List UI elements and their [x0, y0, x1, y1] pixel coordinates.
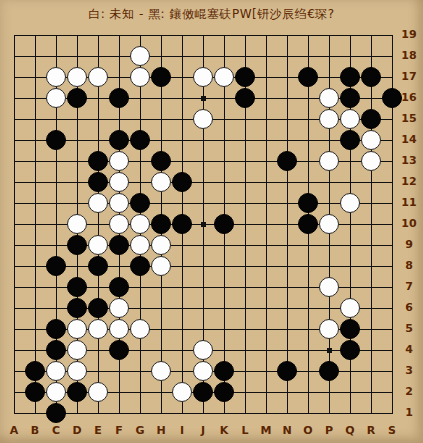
- stone-white[interactable]: [319, 109, 339, 129]
- stone-white[interactable]: [88, 319, 108, 339]
- stone-white[interactable]: [88, 193, 108, 213]
- stone-white[interactable]: [172, 382, 192, 402]
- column-label: K: [214, 424, 235, 438]
- star-point: [327, 348, 332, 353]
- stone-black[interactable]: [235, 88, 255, 108]
- stone-black[interactable]: [109, 277, 129, 297]
- row-label: 12: [397, 175, 421, 189]
- stone-white[interactable]: [67, 361, 87, 381]
- row-label: 7: [397, 280, 421, 294]
- stone-white[interactable]: [151, 172, 171, 192]
- stone-white[interactable]: [46, 88, 66, 108]
- stone-white[interactable]: [46, 382, 66, 402]
- stone-black[interactable]: [25, 361, 45, 381]
- stone-black[interactable]: [151, 67, 171, 87]
- column-label: S: [382, 424, 403, 438]
- stone-black[interactable]: [151, 214, 171, 234]
- stone-black[interactable]: [214, 382, 234, 402]
- stone-white[interactable]: [214, 67, 234, 87]
- column-label: G: [130, 424, 151, 438]
- stone-black[interactable]: [130, 193, 150, 213]
- row-label: 11: [397, 196, 421, 210]
- stone-black[interactable]: [298, 193, 318, 213]
- stone-black[interactable]: [298, 214, 318, 234]
- stone-black[interactable]: [46, 256, 66, 276]
- stone-black[interactable]: [130, 130, 150, 150]
- stone-black[interactable]: [277, 151, 297, 171]
- stone-white[interactable]: [67, 340, 87, 360]
- go-board[interactable]: ABCDEFGHIJKLMNOPQRS191817161514131211109…: [0, 0, 423, 443]
- stone-black[interactable]: [67, 298, 87, 318]
- stone-black[interactable]: [172, 172, 192, 192]
- column-label: N: [277, 424, 298, 438]
- column-label: O: [298, 424, 319, 438]
- stone-black[interactable]: [172, 214, 192, 234]
- star-point: [201, 96, 206, 101]
- stone-black[interactable]: [109, 235, 129, 255]
- stone-white[interactable]: [361, 130, 381, 150]
- stone-black[interactable]: [340, 88, 360, 108]
- column-label: A: [4, 424, 25, 438]
- stone-black[interactable]: [88, 151, 108, 171]
- stone-black[interactable]: [340, 67, 360, 87]
- column-label: R: [361, 424, 382, 438]
- column-label: Q: [340, 424, 361, 438]
- column-label: C: [46, 424, 67, 438]
- stone-white[interactable]: [130, 214, 150, 234]
- stone-white[interactable]: [319, 319, 339, 339]
- row-label: 15: [397, 112, 421, 126]
- stone-white[interactable]: [67, 214, 87, 234]
- stone-black[interactable]: [340, 130, 360, 150]
- row-label: 3: [397, 364, 421, 378]
- stone-white[interactable]: [361, 151, 381, 171]
- stone-white[interactable]: [319, 151, 339, 171]
- column-label: P: [319, 424, 340, 438]
- stone-white[interactable]: [319, 277, 339, 297]
- column-label: H: [151, 424, 172, 438]
- stone-black[interactable]: [109, 340, 129, 360]
- column-label: B: [25, 424, 46, 438]
- stone-white[interactable]: [130, 67, 150, 87]
- stone-black[interactable]: [214, 361, 234, 381]
- stone-white[interactable]: [340, 298, 360, 318]
- row-label: 6: [397, 301, 421, 315]
- column-label: I: [172, 424, 193, 438]
- stone-white[interactable]: [109, 298, 129, 318]
- stone-white[interactable]: [67, 319, 87, 339]
- stone-white[interactable]: [88, 67, 108, 87]
- stone-black[interactable]: [214, 214, 234, 234]
- stone-black[interactable]: [109, 88, 129, 108]
- row-label: 9: [397, 238, 421, 252]
- stone-white[interactable]: [151, 361, 171, 381]
- stone-white[interactable]: [151, 256, 171, 276]
- stone-black[interactable]: [193, 382, 213, 402]
- stone-black[interactable]: [277, 361, 297, 381]
- row-label: 19: [397, 28, 421, 42]
- stone-white[interactable]: [340, 193, 360, 213]
- stone-white[interactable]: [109, 172, 129, 192]
- row-label: 2: [397, 385, 421, 399]
- row-label: 1: [397, 406, 421, 420]
- stone-white[interactable]: [109, 214, 129, 234]
- stone-black[interactable]: [67, 277, 87, 297]
- stone-black[interactable]: [67, 382, 87, 402]
- column-label: D: [67, 424, 88, 438]
- stone-black[interactable]: [46, 403, 66, 423]
- stone-black[interactable]: [109, 130, 129, 150]
- stone-black[interactable]: [46, 340, 66, 360]
- row-label: 14: [397, 133, 421, 147]
- stone-white[interactable]: [193, 361, 213, 381]
- stone-white[interactable]: [193, 67, 213, 87]
- row-label: 16: [397, 91, 421, 105]
- row-label: 10: [397, 217, 421, 231]
- column-label: L: [235, 424, 256, 438]
- stone-white[interactable]: [109, 151, 129, 171]
- column-label: J: [193, 424, 214, 438]
- row-label: 18: [397, 49, 421, 63]
- column-label: F: [109, 424, 130, 438]
- stone-white[interactable]: [130, 235, 150, 255]
- stone-black[interactable]: [151, 151, 171, 171]
- column-label: M: [256, 424, 277, 438]
- stone-black[interactable]: [361, 67, 381, 87]
- stone-black[interactable]: [88, 172, 108, 192]
- star-point: [201, 222, 206, 227]
- stone-white[interactable]: [151, 235, 171, 255]
- stone-white[interactable]: [88, 382, 108, 402]
- stone-white[interactable]: [319, 88, 339, 108]
- stone-black[interactable]: [235, 67, 255, 87]
- stone-black[interactable]: [88, 298, 108, 318]
- stone-black[interactable]: [46, 319, 66, 339]
- stone-black[interactable]: [340, 319, 360, 339]
- stone-white[interactable]: [88, 235, 108, 255]
- stone-white[interactable]: [193, 340, 213, 360]
- stone-black[interactable]: [340, 340, 360, 360]
- stone-white[interactable]: [193, 109, 213, 129]
- go-app-window: 白: 未知 - 黑: 鑲傚崐塞砆PW[钘沙辰绉€琛? ABCDEFGHIJKLM…: [0, 0, 423, 443]
- stone-white[interactable]: [46, 67, 66, 87]
- row-label: 17: [397, 70, 421, 84]
- stone-white[interactable]: [319, 214, 339, 234]
- row-label: 13: [397, 154, 421, 168]
- stone-black[interactable]: [130, 256, 150, 276]
- stone-black[interactable]: [298, 67, 318, 87]
- stone-black[interactable]: [25, 382, 45, 402]
- stone-white[interactable]: [130, 319, 150, 339]
- stone-black[interactable]: [88, 256, 108, 276]
- row-label: 5: [397, 322, 421, 336]
- stone-white[interactable]: [67, 67, 87, 87]
- stone-black[interactable]: [67, 235, 87, 255]
- stone-black[interactable]: [46, 130, 66, 150]
- stone-white[interactable]: [109, 319, 129, 339]
- stone-black[interactable]: [67, 88, 87, 108]
- stone-black[interactable]: [319, 361, 339, 381]
- stone-white[interactable]: [340, 109, 360, 129]
- stone-white[interactable]: [109, 193, 129, 213]
- stone-white[interactable]: [130, 46, 150, 66]
- row-label: 4: [397, 343, 421, 357]
- stone-black[interactable]: [361, 109, 381, 129]
- column-label: E: [88, 424, 109, 438]
- row-label: 8: [397, 259, 421, 273]
- stone-white[interactable]: [46, 361, 66, 381]
